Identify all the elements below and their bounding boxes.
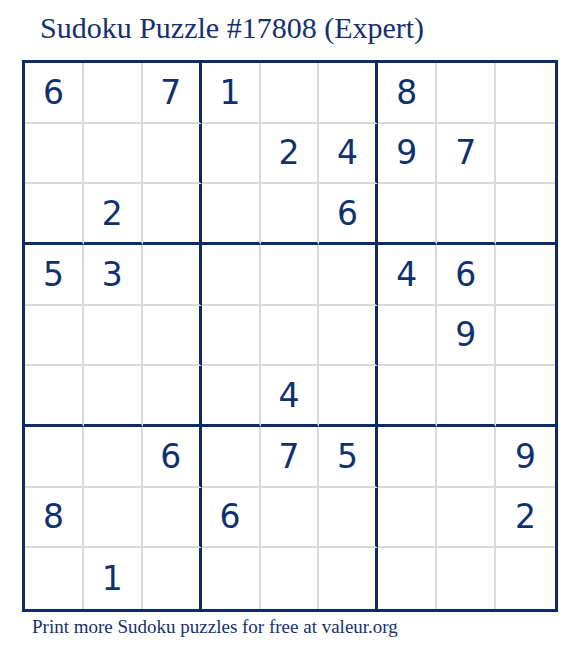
sudoku-cell-r6c9 — [496, 366, 555, 427]
sudoku-cell-r1c1: 6 — [25, 63, 84, 124]
sudoku-cell-r1c7: 8 — [378, 63, 437, 124]
given-digit: 6 — [220, 500, 241, 533]
sudoku-cell-r5c7 — [378, 306, 437, 367]
sudoku-cell-r9c8 — [437, 548, 496, 609]
sudoku-cell-r8c9: 2 — [496, 488, 555, 549]
sudoku-cell-r6c7 — [378, 366, 437, 427]
sudoku-cell-r8c4: 6 — [202, 488, 261, 549]
sudoku-cell-r8c7 — [378, 488, 437, 549]
sudoku-cell-r4c7: 4 — [378, 245, 437, 306]
sudoku-cell-r5c1 — [25, 306, 84, 367]
sudoku-cell-r8c8 — [437, 488, 496, 549]
sudoku-cell-r1c3: 7 — [143, 63, 202, 124]
sudoku-cell-r9c5 — [261, 548, 320, 609]
given-digit: 9 — [515, 440, 536, 473]
sudoku-cell-r6c3 — [143, 366, 202, 427]
sudoku-cell-r3c9 — [496, 184, 555, 245]
sudoku-cell-r5c9 — [496, 306, 555, 367]
given-digit: 1 — [220, 76, 241, 109]
page-title: Sudoku Puzzle #17808 (Expert) — [40, 11, 424, 45]
sudoku-cell-r9c6 — [319, 548, 378, 609]
sudoku-cell-r6c4 — [202, 366, 261, 427]
sudoku-cell-r7c1 — [25, 427, 84, 488]
given-digit: 4 — [337, 136, 358, 169]
given-digit: 8 — [396, 76, 417, 109]
sudoku-cell-r2c6: 4 — [319, 124, 378, 185]
sudoku-cell-r5c8: 9 — [437, 306, 496, 367]
given-digit: 1 — [102, 562, 123, 595]
sudoku-cell-r3c7 — [378, 184, 437, 245]
sudoku-cell-r5c3 — [143, 306, 202, 367]
given-digit: 7 — [455, 136, 476, 169]
sudoku-cell-r9c1 — [25, 548, 84, 609]
sudoku-cell-r8c1: 8 — [25, 488, 84, 549]
sudoku-cell-r6c5: 4 — [261, 366, 320, 427]
given-digit: 5 — [43, 258, 64, 291]
given-digit: 9 — [455, 318, 476, 351]
sudoku-cell-r3c3 — [143, 184, 202, 245]
sudoku-cell-r9c2: 1 — [84, 548, 143, 609]
sudoku-cell-r7c8 — [437, 427, 496, 488]
given-digit: 4 — [278, 379, 299, 412]
sudoku-cell-r6c6 — [319, 366, 378, 427]
sudoku-cell-r8c2 — [84, 488, 143, 549]
sudoku-cell-r2c3 — [143, 124, 202, 185]
sudoku-board: 671824972653469467598621 — [22, 60, 558, 612]
sudoku-cell-r1c8 — [437, 63, 496, 124]
sudoku-cell-r2c8: 7 — [437, 124, 496, 185]
sudoku-cell-r4c6 — [319, 245, 378, 306]
given-digit: 2 — [102, 197, 123, 230]
given-digit: 5 — [337, 440, 358, 473]
sudoku-cell-r2c1 — [25, 124, 84, 185]
sudoku-cell-r3c4 — [202, 184, 261, 245]
sudoku-cell-r7c2 — [84, 427, 143, 488]
sudoku-cell-r1c5 — [261, 63, 320, 124]
sudoku-cell-r4c2: 3 — [84, 245, 143, 306]
sudoku-cell-r2c4 — [202, 124, 261, 185]
given-digit: 2 — [515, 500, 536, 533]
given-digit: 6 — [43, 76, 64, 109]
sudoku-cell-r7c9: 9 — [496, 427, 555, 488]
given-digit: 7 — [160, 76, 181, 109]
sudoku-cell-r2c5: 2 — [261, 124, 320, 185]
sudoku-cell-r1c9 — [496, 63, 555, 124]
given-digit: 8 — [43, 500, 64, 533]
sudoku-cell-r9c3 — [143, 548, 202, 609]
given-digit: 6 — [337, 197, 358, 230]
given-digit: 6 — [455, 258, 476, 291]
sudoku-cell-r9c7 — [378, 548, 437, 609]
footer-text: Print more Sudoku puzzles for free at va… — [32, 616, 398, 638]
sudoku-cell-r9c4 — [202, 548, 261, 609]
sudoku-cell-r3c5 — [261, 184, 320, 245]
sudoku-cell-r4c1: 5 — [25, 245, 84, 306]
sudoku-cell-r8c6 — [319, 488, 378, 549]
sudoku-page: Sudoku Puzzle #17808 (Expert) 6718249726… — [0, 0, 580, 651]
sudoku-cell-r2c7: 9 — [378, 124, 437, 185]
sudoku-cell-r3c6: 6 — [319, 184, 378, 245]
sudoku-cell-r7c3: 6 — [143, 427, 202, 488]
sudoku-cell-r2c9 — [496, 124, 555, 185]
sudoku-cell-r9c9 — [496, 548, 555, 609]
sudoku-cell-r1c4: 1 — [202, 63, 261, 124]
sudoku-cell-r4c8: 6 — [437, 245, 496, 306]
sudoku-cell-r4c3 — [143, 245, 202, 306]
sudoku-cell-r5c4 — [202, 306, 261, 367]
sudoku-cell-r7c6: 5 — [319, 427, 378, 488]
given-digit: 9 — [396, 136, 417, 169]
sudoku-cell-r6c1 — [25, 366, 84, 427]
given-digit: 7 — [278, 440, 299, 473]
sudoku-cell-r8c3 — [143, 488, 202, 549]
sudoku-cell-r5c6 — [319, 306, 378, 367]
sudoku-cell-r5c2 — [84, 306, 143, 367]
sudoku-cell-r3c8 — [437, 184, 496, 245]
sudoku-cell-r1c6 — [319, 63, 378, 124]
sudoku-cell-r8c5 — [261, 488, 320, 549]
sudoku-cell-r3c2: 2 — [84, 184, 143, 245]
sudoku-cell-r7c7 — [378, 427, 437, 488]
sudoku-cell-r2c2 — [84, 124, 143, 185]
given-digit: 6 — [160, 440, 181, 473]
sudoku-cell-r7c4 — [202, 427, 261, 488]
given-digit: 3 — [102, 258, 123, 291]
sudoku-cell-r3c1 — [25, 184, 84, 245]
sudoku-cell-r6c8 — [437, 366, 496, 427]
sudoku-cell-r4c5 — [261, 245, 320, 306]
sudoku-cell-r4c4 — [202, 245, 261, 306]
given-digit: 2 — [278, 136, 299, 169]
sudoku-cell-r7c5: 7 — [261, 427, 320, 488]
given-digit: 4 — [396, 258, 417, 291]
sudoku-cell-r6c2 — [84, 366, 143, 427]
sudoku-cell-r4c9 — [496, 245, 555, 306]
sudoku-cell-r5c5 — [261, 306, 320, 367]
sudoku-cell-r1c2 — [84, 63, 143, 124]
